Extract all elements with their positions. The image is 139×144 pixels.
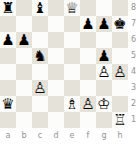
rank-label-4: 4 bbox=[128, 64, 139, 80]
square-c6[interactable] bbox=[32, 32, 48, 48]
white-pawn-icon[interactable]: ♙ bbox=[97, 64, 110, 80]
white-king-icon[interactable]: ♔ bbox=[97, 96, 110, 112]
file-label-f: f bbox=[80, 128, 96, 144]
white-queen-icon[interactable]: ♕ bbox=[65, 0, 78, 16]
square-e5[interactable] bbox=[64, 48, 80, 64]
square-e6[interactable] bbox=[64, 32, 80, 48]
square-e4[interactable] bbox=[64, 64, 80, 80]
square-b5[interactable] bbox=[16, 48, 32, 64]
file-label-a: a bbox=[0, 128, 16, 144]
white-bishop-icon[interactable]: ♗ bbox=[65, 96, 78, 112]
black-knight-icon[interactable]: ♞ bbox=[33, 48, 46, 64]
square-a1[interactable] bbox=[0, 112, 16, 128]
square-h8[interactable] bbox=[112, 0, 128, 16]
black-pawn-icon[interactable]: ♟ bbox=[81, 16, 94, 32]
square-g8[interactable] bbox=[96, 0, 112, 16]
black-king-icon[interactable]: ♚ bbox=[113, 16, 126, 32]
square-h2[interactable] bbox=[112, 96, 128, 112]
square-g5[interactable]: ♟ bbox=[96, 48, 112, 64]
square-c2[interactable] bbox=[32, 96, 48, 112]
chess-diagram: ♜♝♕8♟♟♚7♟♟6♞♟5♙♙4♙3♛♗♙♔2♖1abcdefgh bbox=[0, 0, 139, 144]
square-g7[interactable]: ♟ bbox=[96, 16, 112, 32]
square-c3[interactable]: ♙ bbox=[32, 80, 48, 96]
black-pawn-icon[interactable]: ♟ bbox=[97, 48, 110, 64]
square-f1[interactable] bbox=[80, 112, 96, 128]
rank-label-7: 7 bbox=[128, 16, 139, 32]
square-e3[interactable] bbox=[64, 80, 80, 96]
black-bishop-icon[interactable]: ♝ bbox=[33, 0, 46, 16]
board-corner-spacer bbox=[128, 128, 139, 144]
square-e8[interactable]: ♕ bbox=[64, 0, 80, 16]
square-f4[interactable] bbox=[80, 64, 96, 80]
file-label-g: g bbox=[96, 128, 112, 144]
square-a6[interactable]: ♟ bbox=[0, 32, 16, 48]
square-h3[interactable] bbox=[112, 80, 128, 96]
white-rook-icon[interactable]: ♖ bbox=[113, 112, 126, 128]
square-f5[interactable] bbox=[80, 48, 96, 64]
square-h1[interactable]: ♖ bbox=[112, 112, 128, 128]
black-pawn-icon[interactable]: ♟ bbox=[17, 32, 30, 48]
square-a8[interactable]: ♜ bbox=[0, 0, 16, 16]
file-label-h: h bbox=[112, 128, 128, 144]
square-e2[interactable]: ♗ bbox=[64, 96, 80, 112]
square-b6[interactable]: ♟ bbox=[16, 32, 32, 48]
rank-label-5: 5 bbox=[128, 48, 139, 64]
square-a2[interactable]: ♛ bbox=[0, 96, 16, 112]
square-f3[interactable] bbox=[80, 80, 96, 96]
square-d1[interactable] bbox=[48, 112, 64, 128]
square-c5[interactable]: ♞ bbox=[32, 48, 48, 64]
square-e7[interactable] bbox=[64, 16, 80, 32]
square-a4[interactable] bbox=[0, 64, 16, 80]
white-pawn-icon[interactable]: ♙ bbox=[81, 96, 94, 112]
square-c4[interactable] bbox=[32, 64, 48, 80]
square-d4[interactable] bbox=[48, 64, 64, 80]
square-a7[interactable] bbox=[0, 16, 16, 32]
square-b4[interactable] bbox=[16, 64, 32, 80]
black-pawn-icon[interactable]: ♟ bbox=[1, 32, 14, 48]
square-f8[interactable] bbox=[80, 0, 96, 16]
square-g2[interactable]: ♔ bbox=[96, 96, 112, 112]
square-b7[interactable] bbox=[16, 16, 32, 32]
rank-label-3: 3 bbox=[128, 80, 139, 96]
file-label-b: b bbox=[16, 128, 32, 144]
white-pawn-icon[interactable]: ♙ bbox=[33, 80, 46, 96]
square-g6[interactable] bbox=[96, 32, 112, 48]
square-h7[interactable]: ♚ bbox=[112, 16, 128, 32]
square-f7[interactable]: ♟ bbox=[80, 16, 96, 32]
square-d7[interactable] bbox=[48, 16, 64, 32]
square-f2[interactable]: ♙ bbox=[80, 96, 96, 112]
black-queen-icon[interactable]: ♛ bbox=[1, 96, 14, 112]
square-a3[interactable] bbox=[0, 80, 16, 96]
rank-label-6: 6 bbox=[128, 32, 139, 48]
square-h5[interactable] bbox=[112, 48, 128, 64]
rank-label-2: 2 bbox=[128, 96, 139, 112]
square-d2[interactable] bbox=[48, 96, 64, 112]
square-g1[interactable] bbox=[96, 112, 112, 128]
square-c7[interactable] bbox=[32, 16, 48, 32]
file-label-d: d bbox=[48, 128, 64, 144]
white-pawn-icon[interactable]: ♙ bbox=[113, 64, 126, 80]
square-b3[interactable] bbox=[16, 80, 32, 96]
square-f6[interactable] bbox=[80, 32, 96, 48]
file-label-e: e bbox=[64, 128, 80, 144]
square-b1[interactable] bbox=[16, 112, 32, 128]
square-g4[interactable]: ♙ bbox=[96, 64, 112, 80]
square-h4[interactable]: ♙ bbox=[112, 64, 128, 80]
square-h6[interactable] bbox=[112, 32, 128, 48]
square-b2[interactable] bbox=[16, 96, 32, 112]
rank-label-8: 8 bbox=[128, 0, 139, 16]
square-g3[interactable] bbox=[96, 80, 112, 96]
square-c8[interactable]: ♝ bbox=[32, 0, 48, 16]
square-d8[interactable] bbox=[48, 0, 64, 16]
square-d5[interactable] bbox=[48, 48, 64, 64]
square-a5[interactable] bbox=[0, 48, 16, 64]
black-pawn-icon[interactable]: ♟ bbox=[97, 16, 110, 32]
rank-label-1: 1 bbox=[128, 112, 139, 128]
square-d3[interactable] bbox=[48, 80, 64, 96]
square-b8[interactable] bbox=[16, 0, 32, 16]
square-d6[interactable] bbox=[48, 32, 64, 48]
chess-board: ♜♝♕8♟♟♚7♟♟6♞♟5♙♙4♙3♛♗♙♔2♖1abcdefgh bbox=[0, 0, 139, 144]
square-e1[interactable] bbox=[64, 112, 80, 128]
file-label-c: c bbox=[32, 128, 48, 144]
square-c1[interactable] bbox=[32, 112, 48, 128]
black-rook-icon[interactable]: ♜ bbox=[1, 0, 14, 16]
